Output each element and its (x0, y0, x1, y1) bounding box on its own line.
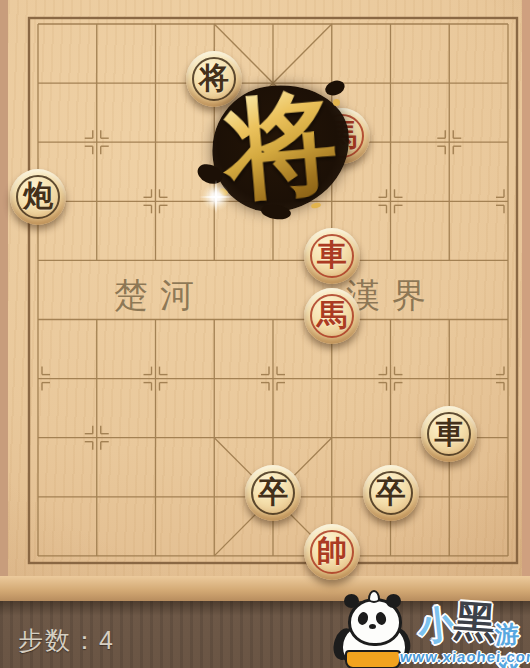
red-horse[interactable]: 馬 (304, 288, 360, 344)
piece-glyph: 馬 (317, 300, 347, 330)
piece-glyph: 卒 (376, 477, 406, 507)
black-general[interactable]: 将 (186, 51, 242, 107)
black-cannon[interactable]: 炮 (10, 169, 66, 225)
red-chariot[interactable]: 車 (304, 228, 360, 284)
site-watermark: 小 黑 游戏 www.xiaohei.com (330, 592, 530, 668)
red-general[interactable]: 帥 (304, 524, 360, 580)
black-soldier-right[interactable]: 卒 (363, 465, 419, 521)
red-horse-checking[interactable]: 馬 (314, 108, 370, 164)
move-counter-separator: ： (72, 626, 99, 654)
piece-glyph: 炮 (23, 181, 53, 211)
move-counter-label: 步数 (18, 626, 72, 654)
piece-glyph: 将 (199, 63, 229, 93)
black-chariot[interactable]: 車 (421, 406, 477, 462)
piece-glyph: 車 (317, 240, 347, 270)
move-counter-value: 4 (99, 626, 115, 654)
piece-glyph: 卒 (258, 477, 288, 507)
piece-glyph: 帥 (317, 536, 347, 566)
piece-glyph: 馬 (327, 120, 357, 150)
brand-char-2: 黑 (452, 593, 498, 652)
piece-glyph: 車 (434, 418, 464, 448)
brand-url: www.xiaohei.com (399, 648, 530, 665)
black-soldier-left[interactable]: 卒 (245, 465, 301, 521)
xiangqi-game-screen: 楚河 漢界 将馬炮車馬車卒卒帥 将 步数：4 小 黑 游戏 www.xiaohe… (0, 0, 530, 668)
move-counter: 步数：4 (18, 624, 115, 657)
